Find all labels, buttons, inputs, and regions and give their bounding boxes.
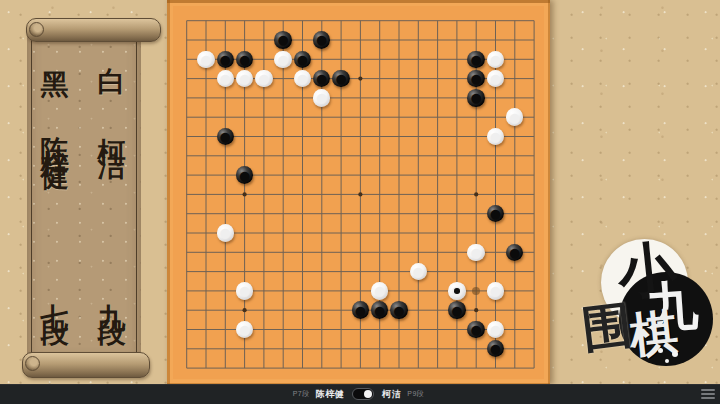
stone-white: ●: [236, 321, 253, 338]
stone-black: ●: [467, 321, 484, 338]
stone-white: ●: [236, 282, 253, 299]
stone-black: ●: [390, 301, 407, 318]
faint-point-marker: [472, 287, 480, 295]
go-board: ●●●●●●●●●●●●●●●●●●●●●●●●●●●●●●●●●●●●●●●●: [167, 0, 550, 385]
white-color-label: 白: [96, 45, 126, 59]
stone-black: ●: [371, 301, 388, 318]
stone-black: ●: [236, 51, 253, 68]
stone-white: ●: [487, 321, 504, 338]
stone-black: ●: [313, 70, 330, 87]
scroll-top-curl-icon: [29, 22, 44, 37]
stone-black: ●: [217, 128, 234, 145]
logo-dot: [665, 359, 669, 363]
white-name-label: 柯洁: [382, 388, 401, 401]
stone-black: ●: [467, 89, 484, 106]
stone-black: ●: [487, 205, 504, 222]
black-name-label: 陈梓健: [316, 388, 345, 401]
stone-black: ●: [332, 70, 349, 87]
stone-black: ●: [352, 301, 369, 318]
white-rank-badge: P9段: [407, 389, 424, 399]
stone-white: ●: [274, 51, 291, 68]
stone-white: ●: [294, 70, 311, 87]
stone-black: ●: [506, 244, 523, 261]
logo-dot: [658, 348, 663, 353]
stone-black: ●: [236, 166, 253, 183]
stone-white: ●: [487, 51, 504, 68]
black-player-name: 陈梓健: [39, 113, 69, 155]
stone-white: ●: [371, 282, 388, 299]
stone-white: ●: [217, 70, 234, 87]
scroll-bottom-roll: [22, 352, 150, 378]
stone-white: ●: [487, 282, 504, 299]
scroll-paper-border: [31, 32, 137, 358]
player-scroll-panel: 白 柯洁 九段 黑 陈梓健 七段: [0, 0, 167, 404]
last-move-marker: [454, 288, 460, 294]
stone-black: ●: [274, 31, 291, 48]
board-grid: ●●●●●●●●●●●●●●●●●●●●●●●●●●●●●●●●●●●●●●●●: [177, 11, 544, 378]
stone-black: ●: [217, 51, 234, 68]
logo-dot: [672, 351, 678, 357]
stone-white: ●: [506, 108, 523, 125]
stone-white: ●: [236, 70, 253, 87]
app-logo: 小 九 围 棋: [588, 236, 720, 376]
white-player-rank: 九段: [96, 281, 126, 309]
stone-white: ●: [313, 89, 330, 106]
stone-black: ●: [448, 301, 465, 318]
stone-white: ●: [487, 128, 504, 145]
stone-black: ●: [313, 31, 330, 48]
scroll-bottom-curl-icon: [25, 356, 40, 371]
stone-black: ●: [467, 70, 484, 87]
stone-black: ●: [294, 51, 311, 68]
stone-white: ●: [467, 244, 484, 261]
stone-white: ●: [448, 282, 465, 299]
color-toggle[interactable]: [352, 388, 374, 400]
logo-char-qi: 棋: [627, 300, 681, 369]
stone-black: ●: [467, 51, 484, 68]
scroll-paper: [27, 28, 141, 362]
stone-white: ●: [410, 263, 427, 280]
player-switch-group: P7段 陈梓健 柯洁 P9段: [167, 384, 550, 404]
stone-white: ●: [255, 70, 272, 87]
stone-white: ●: [217, 224, 234, 241]
stone-black: ●: [487, 340, 504, 357]
menu-icon[interactable]: [701, 388, 715, 400]
black-player-rank: 七段: [39, 281, 69, 309]
bottom-bar: P7段 陈梓健 柯洁 P9段: [0, 384, 720, 404]
black-rank-badge: P7段: [293, 389, 310, 399]
white-player-name: 柯洁: [96, 115, 126, 143]
logo-char-wei: 围: [578, 291, 636, 364]
scroll-top-roll: [26, 18, 161, 42]
stone-white: ●: [487, 70, 504, 87]
stone-white: ●: [197, 51, 214, 68]
toggle-knob: [364, 390, 372, 398]
black-color-label: 黑: [39, 49, 69, 63]
